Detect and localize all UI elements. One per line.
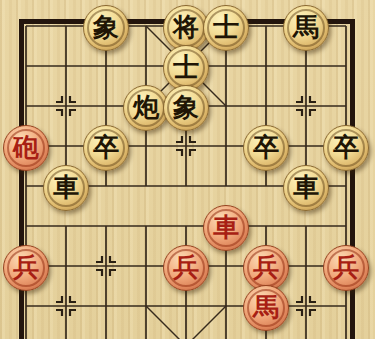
piece-glyph: 砲 — [13, 134, 39, 160]
piece-glyph: 将 — [173, 14, 199, 40]
piece-red-pawn[interactable]: 兵 — [3, 245, 49, 291]
piece-black-pawn[interactable]: 卒 — [83, 125, 129, 171]
piece-glyph: 兵 — [173, 254, 199, 280]
piece-glyph: 炮 — [133, 94, 159, 120]
piece-red-pawn[interactable]: 兵 — [323, 245, 369, 291]
piece-black-elephant[interactable]: 象 — [83, 5, 129, 51]
piece-glyph: 兵 — [13, 254, 39, 280]
piece-glyph: 車 — [53, 174, 79, 200]
piece-glyph: 馬 — [293, 14, 319, 40]
piece-black-chariot[interactable]: 車 — [283, 165, 329, 211]
piece-glyph: 車 — [293, 174, 319, 200]
piece-black-elephant[interactable]: 象 — [163, 85, 209, 131]
piece-glyph: 象 — [93, 14, 119, 40]
piece-glyph: 馬 — [253, 294, 279, 320]
piece-black-advisor[interactable]: 士 — [203, 5, 249, 51]
piece-glyph: 卒 — [93, 134, 119, 160]
piece-black-horse[interactable]: 馬 — [283, 5, 329, 51]
piece-black-chariot[interactable]: 車 — [43, 165, 89, 211]
piece-glyph: 士 — [173, 54, 199, 80]
piece-glyph: 象 — [173, 94, 199, 120]
piece-red-pawn[interactable]: 兵 — [163, 245, 209, 291]
piece-glyph: 兵 — [253, 254, 279, 280]
piece-glyph: 兵 — [333, 254, 359, 280]
piece-red-horse[interactable]: 馬 — [243, 285, 289, 331]
piece-glyph: 車 — [213, 214, 239, 240]
piece-glyph: 卒 — [333, 134, 359, 160]
piece-glyph: 士 — [213, 14, 239, 40]
xiangqi-board[interactable]: 象将士馬士炮象砲卒卒卒車車車兵兵兵兵馬 — [0, 0, 375, 339]
piece-red-chariot[interactable]: 車 — [203, 205, 249, 251]
piece-black-pawn[interactable]: 卒 — [323, 125, 369, 171]
piece-red-cannon[interactable]: 砲 — [3, 125, 49, 171]
piece-glyph: 卒 — [253, 134, 279, 160]
piece-black-pawn[interactable]: 卒 — [243, 125, 289, 171]
